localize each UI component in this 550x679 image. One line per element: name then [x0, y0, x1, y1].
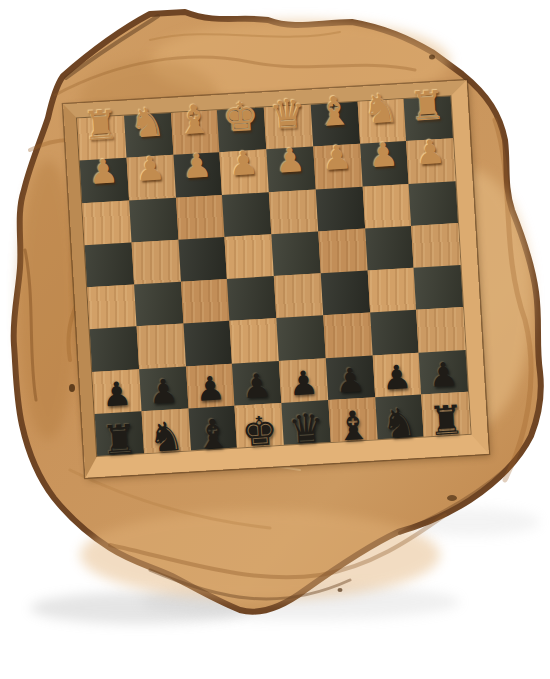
square-h6[interactable] [90, 327, 139, 372]
square-e8[interactable]: ♚ [235, 403, 284, 448]
black-knight[interactable]: ♞ [381, 402, 419, 444]
square-h2[interactable]: ♟ [80, 158, 129, 203]
square-e4[interactable] [225, 234, 274, 279]
square-h7[interactable]: ♟ [92, 369, 141, 414]
square-f8[interactable]: ♝ [188, 405, 237, 450]
square-c2[interactable]: ♟ [313, 144, 362, 189]
square-b8[interactable]: ♞ [375, 394, 424, 439]
square-a4[interactable] [411, 223, 460, 268]
black-pawn[interactable]: ♟ [148, 374, 179, 409]
square-h5[interactable] [87, 284, 136, 329]
square-g2[interactable]: ♟ [126, 155, 175, 200]
square-g4[interactable] [131, 239, 180, 284]
square-a2[interactable]: ♟ [406, 139, 455, 184]
white-pawn[interactable]: ♟ [88, 154, 119, 189]
square-e3[interactable] [222, 192, 271, 237]
square-f4[interactable] [178, 237, 227, 282]
white-bishop[interactable]: ♝ [315, 90, 353, 132]
white-pawn[interactable]: ♟ [321, 140, 352, 175]
square-g7[interactable]: ♟ [139, 366, 188, 411]
white-pawn[interactable]: ♟ [228, 146, 259, 181]
black-pawn[interactable]: ♟ [381, 360, 412, 395]
white-pawn[interactable]: ♟ [135, 151, 166, 186]
square-b7[interactable]: ♟ [372, 352, 421, 397]
black-pawn[interactable]: ♟ [288, 366, 319, 401]
square-c3[interactable] [315, 186, 364, 231]
square-g6[interactable] [136, 324, 185, 369]
square-d4[interactable] [271, 231, 320, 276]
square-c6[interactable] [323, 313, 372, 358]
black-pawn[interactable]: ♟ [195, 371, 226, 406]
black-bishop[interactable]: ♝ [334, 405, 372, 447]
square-e6[interactable] [230, 318, 279, 363]
white-pawn[interactable]: ♟ [275, 143, 306, 178]
square-c8[interactable]: ♝ [328, 397, 377, 442]
chess-board: ♜♞♝♚♛♝♞♜♟♟♟♟♟♟♟♟♟♟♟♟♟♟♟♟♜♞♝♚♛♝♞♜ [77, 96, 470, 456]
white-rook[interactable]: ♜ [409, 85, 447, 127]
black-queen[interactable]: ♛ [287, 407, 325, 449]
square-c4[interactable] [318, 228, 367, 273]
square-a8[interactable]: ♜ [421, 392, 470, 437]
square-d6[interactable] [276, 316, 325, 361]
white-pawn[interactable]: ♟ [415, 135, 446, 170]
square-b6[interactable] [370, 310, 419, 355]
square-b3[interactable] [362, 183, 411, 228]
square-f3[interactable] [175, 195, 224, 240]
white-bishop[interactable]: ♝ [175, 99, 213, 141]
square-g3[interactable] [129, 197, 178, 242]
white-pawn[interactable]: ♟ [368, 137, 399, 172]
square-b5[interactable] [367, 268, 416, 313]
square-d5[interactable] [274, 273, 323, 318]
square-e5[interactable] [227, 276, 276, 321]
board-frame: ♜♞♝♚♛♝♞♜♟♟♟♟♟♟♟♟♟♟♟♟♟♟♟♟♜♞♝♚♛♝♞♜ [63, 80, 488, 477]
square-h8[interactable]: ♜ [95, 411, 144, 456]
product-photo: ♜♞♝♚♛♝♞♜♟♟♟♟♟♟♟♟♟♟♟♟♟♟♟♟♜♞♝♚♛♝♞♜ [0, 0, 550, 679]
square-h3[interactable] [82, 200, 131, 245]
square-a6[interactable] [416, 307, 465, 352]
square-h4[interactable] [85, 242, 134, 287]
square-a5[interactable] [414, 265, 463, 310]
black-knight[interactable]: ♞ [147, 416, 185, 458]
square-c7[interactable]: ♟ [326, 355, 375, 400]
black-king[interactable]: ♚ [241, 410, 279, 452]
black-pawn[interactable]: ♟ [428, 358, 459, 393]
square-b4[interactable] [365, 226, 414, 271]
black-rook[interactable]: ♜ [101, 418, 139, 460]
square-f5[interactable] [180, 279, 229, 324]
white-knight[interactable]: ♞ [362, 88, 400, 130]
square-g8[interactable]: ♞ [141, 408, 190, 453]
square-f2[interactable]: ♟ [173, 152, 222, 197]
square-f6[interactable] [183, 321, 232, 366]
black-pawn[interactable]: ♟ [241, 369, 272, 404]
square-e2[interactable]: ♟ [220, 150, 269, 195]
white-knight[interactable]: ♞ [129, 101, 167, 143]
black-rook[interactable]: ♜ [427, 399, 465, 441]
square-a7[interactable]: ♟ [419, 349, 468, 394]
square-d8[interactable]: ♛ [281, 400, 330, 445]
white-queen[interactable]: ♛ [269, 93, 307, 135]
square-e7[interactable]: ♟ [232, 360, 281, 405]
square-d3[interactable] [269, 189, 318, 234]
black-pawn[interactable]: ♟ [335, 363, 366, 398]
square-a3[interactable] [409, 181, 458, 226]
white-pawn[interactable]: ♟ [181, 149, 212, 184]
square-b2[interactable]: ♟ [360, 141, 409, 186]
white-rook[interactable]: ♜ [82, 104, 120, 146]
black-bishop[interactable]: ♝ [194, 413, 232, 455]
square-g5[interactable] [134, 282, 183, 327]
white-king[interactable]: ♚ [222, 96, 260, 138]
black-pawn[interactable]: ♟ [101, 377, 132, 412]
square-f7[interactable]: ♟ [186, 363, 235, 408]
square-d7[interactable]: ♟ [279, 358, 328, 403]
square-d2[interactable]: ♟ [266, 147, 315, 192]
square-c5[interactable] [320, 271, 369, 316]
